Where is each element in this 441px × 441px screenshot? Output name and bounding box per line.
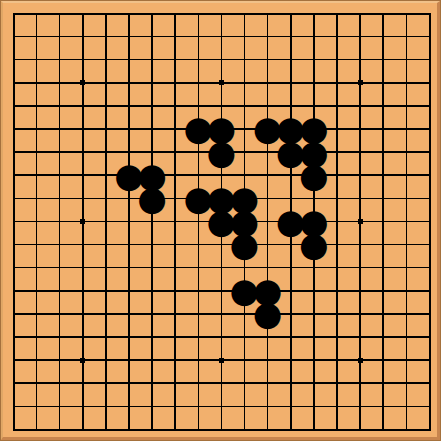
black-stone: ●: [302, 233, 325, 256]
black-stone: ●: [256, 302, 279, 325]
black-stone: ●: [141, 187, 164, 210]
stone-glyph: ●: [230, 233, 260, 256]
go-diagram: ●●●●●●●●●●●●●●●●●●●●●●●●: [0, 0, 441, 441]
stone-glyph: ●: [253, 302, 283, 325]
stone-glyph: ●: [299, 233, 329, 256]
black-stone: ●: [233, 233, 256, 256]
stone-glyph: ●: [137, 187, 167, 210]
black-stone: ●: [210, 141, 233, 164]
stone-glyph: ●: [207, 141, 237, 164]
go-board: ●●●●●●●●●●●●●●●●●●●●●●●●: [0, 0, 441, 441]
stone-glyph: ●: [299, 164, 329, 187]
black-stone: ●: [302, 164, 325, 187]
board-intersection-grid: ●●●●●●●●●●●●●●●●●●●●●●●●: [2, 2, 441, 441]
